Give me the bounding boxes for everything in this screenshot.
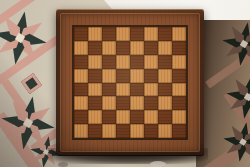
board-square [102, 41, 116, 55]
board-square [144, 69, 158, 83]
board-square [144, 124, 158, 138]
floor-star-tile [0, 7, 51, 70]
board-square [158, 110, 172, 124]
board-square [130, 41, 144, 55]
board-square [172, 96, 186, 110]
board-square [88, 83, 102, 97]
board-square [116, 83, 130, 97]
board-square [130, 110, 144, 124]
board-square [116, 110, 130, 124]
board-square [144, 96, 158, 110]
board-square [144, 41, 158, 55]
board-square [74, 124, 88, 138]
board-square [130, 27, 144, 41]
board-square [130, 69, 144, 83]
board-frame [61, 14, 199, 151]
photo-scene [0, 0, 250, 167]
board-square [102, 55, 116, 69]
board-square [88, 124, 102, 138]
board-square [116, 69, 130, 83]
board-square [158, 124, 172, 138]
board-square [88, 27, 102, 41]
board-square [102, 69, 116, 83]
board-square [74, 110, 88, 124]
board-square [158, 27, 172, 41]
board-inlay-line [72, 25, 188, 140]
floor-highlight [150, 161, 166, 167]
board-square [88, 41, 102, 55]
board-square [88, 110, 102, 124]
board-square [74, 83, 88, 97]
board-square [172, 83, 186, 97]
board-square [116, 124, 130, 138]
board-square [74, 41, 88, 55]
board-square [102, 110, 116, 124]
board-square [172, 110, 186, 124]
board-grid [74, 27, 186, 138]
board-square [158, 55, 172, 69]
board-square [88, 69, 102, 83]
board-square [88, 96, 102, 110]
board-square [74, 27, 88, 41]
board-square [144, 83, 158, 97]
board-square [144, 27, 158, 41]
board-square [144, 110, 158, 124]
board-square [116, 55, 130, 69]
board-square [74, 69, 88, 83]
board-square [158, 96, 172, 110]
board-square [102, 124, 116, 138]
board-square [144, 55, 158, 69]
board-square [172, 55, 186, 69]
board-square [102, 27, 116, 41]
board-square [158, 41, 172, 55]
board-square [172, 124, 186, 138]
board-square [102, 96, 116, 110]
floor-diamond-tile [21, 73, 42, 94]
board-square [172, 69, 186, 83]
board-square [130, 124, 144, 138]
board-square [88, 55, 102, 69]
board-square [172, 41, 186, 55]
board-square [116, 96, 130, 110]
board-square [116, 27, 130, 41]
board-square [172, 27, 186, 41]
board-square [116, 41, 130, 55]
board-square [130, 96, 144, 110]
board-square [102, 83, 116, 97]
board-square [158, 69, 172, 83]
board-square [130, 83, 144, 97]
game-table [56, 9, 204, 156]
board-square [74, 96, 88, 110]
board-square [130, 55, 144, 69]
board-square [74, 55, 88, 69]
board-square [158, 83, 172, 97]
floor-highlight [58, 162, 68, 167]
